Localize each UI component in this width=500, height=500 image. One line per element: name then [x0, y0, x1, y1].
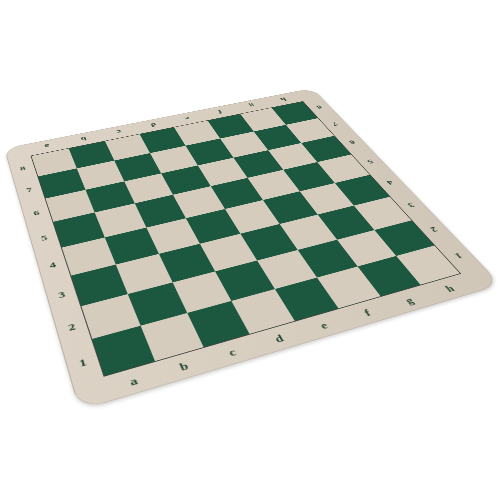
- chess-board: [30, 101, 461, 377]
- chess-board-mat: abcdefgh abcdefgh 87654321 87654321: [4, 88, 500, 411]
- product-photo: abcdefgh abcdefgh 87654321 87654321: [0, 0, 500, 500]
